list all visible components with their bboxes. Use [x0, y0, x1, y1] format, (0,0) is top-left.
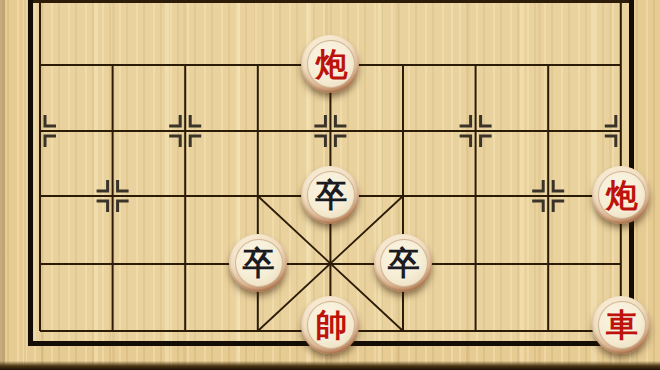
piece-glyph: 炮	[315, 48, 347, 80]
piece-face: 卒	[380, 239, 428, 287]
left-edge-shade	[0, 0, 5, 370]
piece-face: 帥	[307, 301, 355, 349]
piece-glyph: 卒	[243, 247, 275, 279]
piece-glyph: 卒	[388, 247, 420, 279]
piece-black-soldier-d2[interactable]: 卒	[229, 234, 287, 292]
piece-red-cannon-e5[interactable]: 炮	[301, 35, 359, 93]
piece-face: 炮	[307, 40, 355, 88]
piece-face: 炮	[598, 171, 646, 219]
piece-glyph: 車	[606, 309, 638, 341]
piece-red-chariot-i1[interactable]: 車	[592, 296, 650, 354]
xiangqi-game-screen: 炮炮帥車卒卒卒	[0, 0, 660, 370]
piece-black-soldier-f2[interactable]: 卒	[374, 234, 432, 292]
piece-red-cannon-i3[interactable]: 炮	[592, 166, 650, 224]
table-edge-shadow	[0, 361, 660, 370]
piece-black-soldier-e3[interactable]: 卒	[301, 166, 359, 224]
piece-face: 車	[598, 301, 646, 349]
piece-face: 卒	[307, 171, 355, 219]
piece-glyph: 帥	[315, 309, 347, 341]
piece-face: 卒	[235, 239, 283, 287]
piece-glyph: 卒	[315, 179, 347, 211]
piece-red-general-e1[interactable]: 帥	[301, 296, 359, 354]
piece-glyph: 炮	[606, 179, 638, 211]
